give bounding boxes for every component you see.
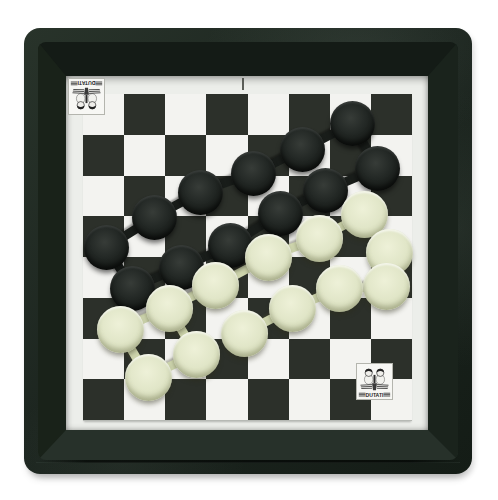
checkers-set-photo: DUTATI (0, 0, 498, 500)
white-checker[interactable] (221, 310, 268, 357)
pieces-layer (0, 0, 498, 500)
white-checker[interactable] (245, 234, 292, 281)
white-checker[interactable] (173, 331, 220, 378)
white-checker[interactable] (192, 262, 239, 309)
white-checker[interactable] (269, 285, 316, 332)
black-checker[interactable] (355, 146, 400, 191)
white-checker[interactable] (363, 263, 410, 310)
black-checker[interactable] (330, 101, 375, 146)
black-checker[interactable] (84, 225, 129, 270)
black-checker[interactable] (132, 195, 177, 240)
white-checker[interactable] (316, 265, 363, 312)
black-checker[interactable] (258, 191, 303, 236)
black-checker[interactable] (303, 168, 348, 213)
black-checker[interactable] (178, 170, 223, 215)
white-checker[interactable] (296, 215, 343, 262)
black-checker[interactable] (231, 151, 276, 196)
white-checker[interactable] (146, 285, 193, 332)
white-checker[interactable] (125, 354, 172, 401)
black-checker[interactable] (280, 127, 325, 172)
white-checker[interactable] (97, 306, 144, 353)
